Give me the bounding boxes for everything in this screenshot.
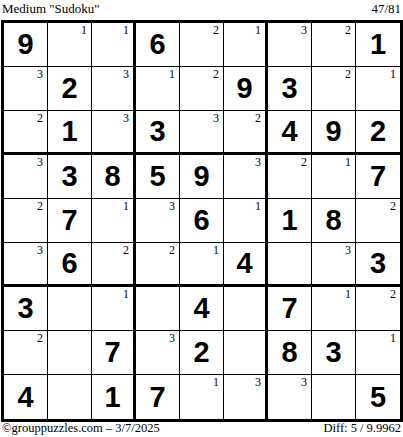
- cell-r4c7[interactable]: 2: [268, 155, 312, 199]
- pencil-mark: 3: [301, 376, 307, 389]
- given-digit: 2: [370, 117, 386, 146]
- pencil-mark: 1: [123, 200, 129, 213]
- cell-r1c1[interactable]: 9: [4, 23, 48, 67]
- given-digit: 5: [149, 162, 165, 191]
- cell-r5c8[interactable]: 8: [312, 199, 356, 243]
- pencil-mark: 1: [345, 156, 351, 169]
- pencil-mark: 2: [390, 200, 396, 213]
- cell-r8c8[interactable]: 3: [312, 331, 356, 375]
- cell-r6c3[interactable]: 2: [92, 243, 136, 287]
- given-digit: 3: [61, 162, 77, 191]
- pencil-mark: 2: [301, 156, 307, 169]
- cell-r2c7[interactable]: 3: [268, 67, 312, 111]
- cell-r2c1[interactable]: 3: [4, 67, 48, 111]
- cell-r4c1[interactable]: 3: [4, 155, 48, 199]
- pencil-mark: 3: [255, 156, 261, 169]
- cell-r8c5[interactable]: 2: [180, 331, 224, 375]
- cell-r1c6[interactable]: 1: [224, 23, 268, 67]
- cell-r4c4[interactable]: 5: [136, 155, 180, 199]
- cell-r3c1[interactable]: 2: [4, 111, 48, 155]
- given-digit: 8: [325, 206, 341, 235]
- cell-r6c9[interactable]: 3: [356, 243, 400, 287]
- given-digit: 3: [325, 338, 341, 367]
- cell-r8c9[interactable]: 1: [356, 331, 400, 375]
- cell-r7c5[interactable]: 4: [180, 287, 224, 331]
- pencil-mark: 3: [213, 112, 219, 125]
- cell-r4c3[interactable]: 8: [92, 155, 136, 199]
- given-digit: 1: [61, 117, 77, 146]
- pencil-mark: 1: [213, 376, 219, 389]
- cell-r7c8[interactable]: 1: [312, 287, 356, 331]
- cell-r5c9[interactable]: 2: [356, 199, 400, 243]
- cell-r8c2[interactable]: [48, 331, 92, 375]
- cell-r5c1[interactable]: 2: [4, 199, 48, 243]
- pencil-mark: 1: [390, 332, 396, 345]
- cell-r6c8[interactable]: 3: [312, 243, 356, 287]
- cell-r9c8[interactable]: [312, 375, 356, 419]
- cell-r7c3[interactable]: 1: [92, 287, 136, 331]
- cell-r1c2[interactable]: 1: [48, 23, 92, 67]
- pencil-mark: 3: [301, 24, 307, 37]
- given-digit: 9: [236, 74, 252, 103]
- cell-r4c2[interactable]: 3: [48, 155, 92, 199]
- pencil-mark: 2: [37, 332, 43, 345]
- pencil-mark: 1: [345, 288, 351, 301]
- given-digit: 2: [61, 74, 77, 103]
- cell-r8c7[interactable]: 8: [268, 331, 312, 375]
- pencil-mark: 1: [255, 200, 261, 213]
- cell-r3c4[interactable]: 3: [136, 111, 180, 155]
- cell-r2c5[interactable]: 2: [180, 67, 224, 111]
- pencil-mark: 3: [123, 112, 129, 125]
- given-digit: 6: [61, 249, 77, 278]
- pencil-mark: 1: [255, 24, 261, 37]
- cell-r6c6[interactable]: 4: [224, 243, 268, 287]
- cell-r2c9[interactable]: 1: [356, 67, 400, 111]
- pencil-mark: 3: [37, 68, 43, 81]
- pencil-mark: 2: [213, 68, 219, 81]
- cell-r9c6[interactable]: 3: [224, 375, 268, 419]
- cell-r1c8[interactable]: 2: [312, 23, 356, 67]
- cell-r1c5[interactable]: 2: [180, 23, 224, 67]
- given-digit: 7: [281, 294, 297, 323]
- cell-r7c7[interactable]: 7: [268, 287, 312, 331]
- cell-r6c7[interactable]: [268, 243, 312, 287]
- given-digit: 2: [193, 338, 209, 367]
- cell-r5c4[interactable]: 3: [136, 199, 180, 243]
- given-digit: 3: [149, 117, 165, 146]
- given-digit: 9: [325, 117, 341, 146]
- sudoku-board: 9116213213231293212133324923385932172713…: [1, 20, 403, 422]
- pencil-mark: 2: [123, 244, 129, 257]
- given-digit: 6: [149, 30, 165, 59]
- cell-r3c2[interactable]: 1: [48, 111, 92, 155]
- cell-r7c2[interactable]: [48, 287, 92, 331]
- given-digit: 7: [149, 383, 165, 412]
- cell-r5c3[interactable]: 1: [92, 199, 136, 243]
- cell-r1c3[interactable]: 1: [92, 23, 136, 67]
- pencil-mark: 1: [213, 244, 219, 257]
- cell-r6c5[interactable]: 1: [180, 243, 224, 287]
- difficulty-label: Diff: 5 / 9.9962: [323, 422, 401, 435]
- pencil-mark: 2: [213, 24, 219, 37]
- given-digit: 7: [104, 338, 120, 367]
- cell-r9c5[interactable]: 1: [180, 375, 224, 419]
- cell-r1c7[interactable]: 3: [268, 23, 312, 67]
- given-digit: 9: [193, 162, 209, 191]
- pencil-mark: 1: [123, 288, 129, 301]
- given-digit: 7: [61, 206, 77, 235]
- cell-r7c1[interactable]: 3: [4, 287, 48, 331]
- cell-r2c2[interactable]: 2: [48, 67, 92, 111]
- cell-r4c5[interactable]: 9: [180, 155, 224, 199]
- given-digit: 6: [193, 206, 209, 235]
- cell-r3c7[interactable]: 4: [268, 111, 312, 155]
- given-digit: 3: [370, 249, 386, 278]
- cell-r4c6[interactable]: 3: [224, 155, 268, 199]
- given-digit: 1: [370, 30, 386, 59]
- given-digit: 3: [281, 74, 297, 103]
- cell-r5c2[interactable]: 7: [48, 199, 92, 243]
- cell-r9c1[interactable]: 4: [4, 375, 48, 419]
- cell-r8c3[interactable]: 7: [92, 331, 136, 375]
- pencil-mark: 3: [37, 156, 43, 169]
- cell-r5c5[interactable]: 6: [180, 199, 224, 243]
- pencil-mark: 3: [345, 244, 351, 257]
- cell-r8c4[interactable]: 3: [136, 331, 180, 375]
- cell-r1c9[interactable]: 1: [356, 23, 400, 67]
- pencil-mark: 2: [390, 288, 396, 301]
- cell-r5c6[interactable]: 1: [224, 199, 268, 243]
- cell-r2c6[interactable]: 9: [224, 67, 268, 111]
- pencil-mark: 1: [390, 68, 396, 81]
- cell-r5c7[interactable]: 1: [268, 199, 312, 243]
- pencil-mark: 3: [255, 376, 261, 389]
- given-digit: 8: [104, 162, 120, 191]
- given-digit: 8: [281, 338, 297, 367]
- page-title: Medium "Sudoku": [2, 2, 100, 16]
- given-digit: 1: [281, 206, 297, 235]
- pencil-mark: 2: [255, 112, 261, 125]
- copyright-date-label: ©grouppuzzles.com – 3/7/2025: [2, 422, 160, 435]
- cell-r3c9[interactable]: 2: [356, 111, 400, 155]
- pencil-mark: 2: [345, 68, 351, 81]
- cell-r4c8[interactable]: 1: [312, 155, 356, 199]
- header: Medium "Sudoku" 47/81: [0, 0, 403, 20]
- cell-r2c3[interactable]: 3: [92, 67, 136, 111]
- given-digit: 3: [17, 294, 33, 323]
- cell-r6c1[interactable]: 3: [4, 243, 48, 287]
- pencil-mark: 2: [37, 112, 43, 125]
- cell-r3c6[interactable]: 2: [224, 111, 268, 155]
- cell-r8c1[interactable]: 2: [4, 331, 48, 375]
- given-digit: 9: [17, 30, 33, 59]
- pencil-mark: 1: [169, 68, 175, 81]
- cell-r1c4[interactable]: 6: [136, 23, 180, 67]
- pencil-mark: 2: [37, 200, 43, 213]
- pencil-mark: 2: [345, 24, 351, 37]
- given-digit: 4: [281, 117, 297, 146]
- given-digit: 5: [370, 383, 386, 412]
- given-digit: 4: [193, 294, 209, 323]
- cell-r3c5[interactable]: 3: [180, 111, 224, 155]
- pencil-mark: 1: [81, 24, 87, 37]
- pencil-mark: 3: [169, 200, 175, 213]
- pencil-mark: 1: [123, 24, 129, 37]
- cell-r2c4[interactable]: 1: [136, 67, 180, 111]
- given-digit: 4: [17, 383, 33, 412]
- cell-r9c3[interactable]: 1: [92, 375, 136, 419]
- cell-r2c8[interactable]: 2: [312, 67, 356, 111]
- cell-r4c9[interactable]: 7: [356, 155, 400, 199]
- given-digit: 4: [236, 249, 252, 278]
- given-digit: 7: [370, 162, 386, 191]
- cell-r9c4[interactable]: 7: [136, 375, 180, 419]
- pencil-mark: 3: [169, 332, 175, 345]
- cell-r3c8[interactable]: 9: [312, 111, 356, 155]
- cell-r7c9[interactable]: 2: [356, 287, 400, 331]
- cell-r6c2[interactable]: 6: [48, 243, 92, 287]
- cell-r7c4[interactable]: [136, 287, 180, 331]
- given-digit: 1: [104, 383, 120, 412]
- cell-r9c7[interactable]: 3: [268, 375, 312, 419]
- cell-r9c2[interactable]: [48, 375, 92, 419]
- cell-r7c6[interactable]: [224, 287, 268, 331]
- pencil-mark: 3: [123, 68, 129, 81]
- cell-r9c9[interactable]: 5: [356, 375, 400, 419]
- cell-r3c3[interactable]: 3: [92, 111, 136, 155]
- cell-r6c4[interactable]: 2: [136, 243, 180, 287]
- remaining-cells-counter: 47/81: [371, 2, 401, 16]
- cell-r8c6[interactable]: [224, 331, 268, 375]
- footer: ©grouppuzzles.com – 3/7/2025 Diff: 5 / 9…: [0, 420, 403, 437]
- pencil-mark: 2: [169, 244, 175, 257]
- pencil-mark: 3: [37, 244, 43, 257]
